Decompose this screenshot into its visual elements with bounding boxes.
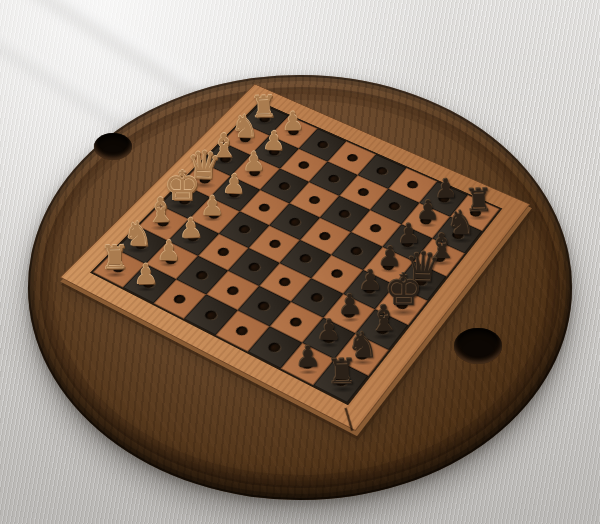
peg-hole	[203, 309, 219, 321]
peg-hole	[315, 140, 329, 150]
peg-hole	[381, 260, 396, 271]
peg-hole	[238, 134, 252, 144]
peg-hole	[394, 299, 410, 311]
peg-hole	[156, 217, 171, 228]
peg-hole	[400, 237, 415, 248]
peg-hole	[309, 292, 325, 304]
peg-hole	[374, 323, 390, 335]
peg-hole	[375, 166, 389, 176]
peg-hole	[194, 269, 210, 281]
peg-hole	[207, 210, 222, 221]
peg-hole	[356, 187, 371, 198]
peg-hole	[237, 224, 252, 235]
finger-hole-left	[94, 133, 132, 160]
peg-hole	[296, 160, 311, 170]
peg-hole	[413, 275, 428, 287]
photo-stage: ♜♞♝♛♚♝♞♜♟♟♟♟♟♟♟♟♟♟♟♟♟♟♟♟♜♞♝♛♚♝♞♜	[0, 0, 600, 524]
peg-hole	[387, 201, 402, 212]
peg-hole	[267, 238, 282, 249]
peg-hole	[227, 188, 242, 199]
peg-hole	[333, 374, 349, 387]
peg-hole	[277, 276, 293, 288]
peg-hole	[361, 283, 377, 295]
peg-hole	[177, 196, 192, 207]
peg-hole	[234, 325, 250, 337]
peg-hole	[287, 216, 302, 227]
peg-hole	[219, 154, 234, 164]
peg-hole	[405, 180, 420, 190]
peg-hole	[321, 332, 337, 344]
peg-hole	[267, 341, 283, 354]
peg-hole	[436, 193, 451, 204]
peg-hole	[286, 127, 300, 137]
peg-hole	[418, 215, 433, 226]
peg-hole	[256, 300, 272, 312]
peg-hole	[329, 268, 344, 280]
peg-hole	[172, 293, 188, 305]
peg-hole	[164, 254, 180, 265]
peg-hole	[318, 231, 333, 242]
peg-hole	[258, 114, 272, 124]
peg-hole	[354, 348, 370, 361]
peg-hole	[432, 252, 447, 263]
peg-hole	[277, 181, 292, 191]
peg-hole	[225, 285, 241, 297]
peg-hole	[337, 209, 352, 220]
peg-hole	[345, 153, 359, 163]
peg-hole	[450, 229, 465, 240]
peg-hole	[288, 316, 304, 328]
peg-hole	[326, 173, 341, 183]
peg-hole	[257, 202, 272, 213]
peg-hole	[247, 167, 262, 177]
peg-hole	[468, 207, 483, 218]
finger-hole-right	[454, 328, 502, 364]
peg-hole	[198, 175, 213, 185]
peg-hole	[215, 246, 230, 257]
peg-hole	[246, 261, 262, 272]
peg-hole	[307, 195, 322, 206]
peg-hole	[368, 223, 383, 234]
peg-hole	[341, 307, 357, 319]
peg-hole	[134, 240, 149, 251]
peg-hole	[267, 147, 281, 157]
peg-hole	[349, 245, 364, 256]
peg-hole	[111, 262, 127, 273]
peg-hole	[185, 232, 200, 243]
peg-hole	[299, 357, 315, 370]
peg-hole	[298, 253, 313, 264]
peg-hole	[141, 278, 157, 290]
